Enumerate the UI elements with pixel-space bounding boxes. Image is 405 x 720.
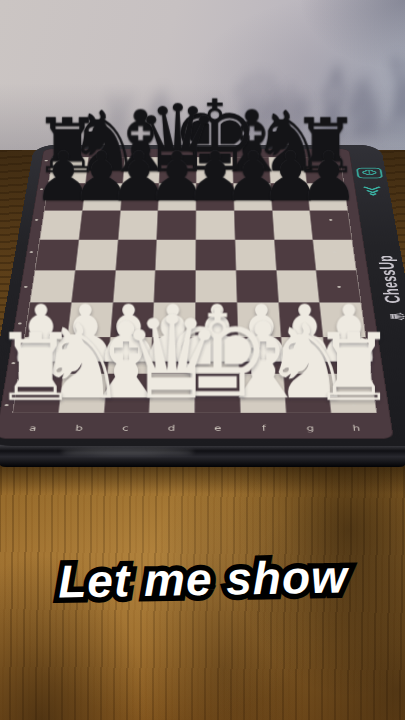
file-coordinates: abcdefgh [9, 424, 380, 432]
square-b6 [79, 211, 120, 240]
square-a6 [40, 211, 82, 240]
board-mat: ♜♞♝♛♚♝♞♜♟♟♟♟♟♟♟♟♟♟♟♟♟♟♟♟♜♞♝♛♚♝♞♜ abcdefg… [0, 149, 393, 439]
square-g5 [274, 240, 315, 270]
square-f5 [235, 240, 275, 270]
square-c6 [118, 211, 157, 240]
square-c5 [115, 240, 156, 270]
file-label-c: c [101, 424, 148, 432]
file-label-e: e [194, 424, 240, 432]
square-b5 [75, 240, 117, 270]
square-e5 [196, 240, 235, 270]
square-e6 [196, 211, 234, 240]
level-chevron-fan-icon [361, 186, 384, 199]
square-h1: ♜ [327, 374, 376, 413]
square-g6 [272, 211, 312, 240]
board-front-edge [0, 444, 405, 467]
file-label-a: a [9, 424, 56, 432]
piece-white-rook-a1: ♜ [0, 323, 77, 412]
file-label-f: f [240, 424, 287, 432]
square-a1: ♜ [13, 374, 62, 413]
board-scene: ♜♞♝♛♚♝♞♜♟♟♟♟♟♟♟♟♟♟♟♟♟♟♟♟♜♞♝♛♚♝♞♜ abcdefg… [0, 0, 405, 446]
square-f6 [234, 211, 273, 240]
square-d5 [155, 240, 195, 270]
piece-black-pawn-h7: ♟ [298, 145, 359, 210]
chessup-board: ♜♞♝♛♚♝♞♜♟♟♟♟♟♟♟♟♟♟♟♟♟♟♟♟♜♞♝♛♚♝♞♜ abcdefg… [0, 145, 405, 446]
file-label-b: b [55, 424, 102, 432]
chessboard-grid: ♜♞♝♛♚♝♞♜♟♟♟♟♟♟♟♟♟♟♟♟♟♟♟♟♜♞♝♛♚♝♞♜ [12, 157, 377, 413]
square-d6 [157, 211, 195, 240]
square-h7: ♟ [307, 183, 347, 210]
square-a5 [35, 240, 78, 270]
video-frame: ♜♞♛♚♝♞♜♟ ♜♞♝♛♚♝♞♜♟♟♟♟♟♟♟♟♟♟♟♟♟♟♟♟♜♞♝♛♚♝♞… [0, 0, 405, 720]
file-label-h: h [332, 424, 379, 432]
piece-white-rook-h1: ♜ [312, 323, 396, 412]
piece-white-queen-d1: ♛ [120, 303, 223, 412]
square-d1: ♛ [149, 374, 194, 413]
file-label-d: d [148, 424, 194, 432]
caption-text: Let me show [57, 549, 348, 608]
file-label-g: g [286, 424, 333, 432]
